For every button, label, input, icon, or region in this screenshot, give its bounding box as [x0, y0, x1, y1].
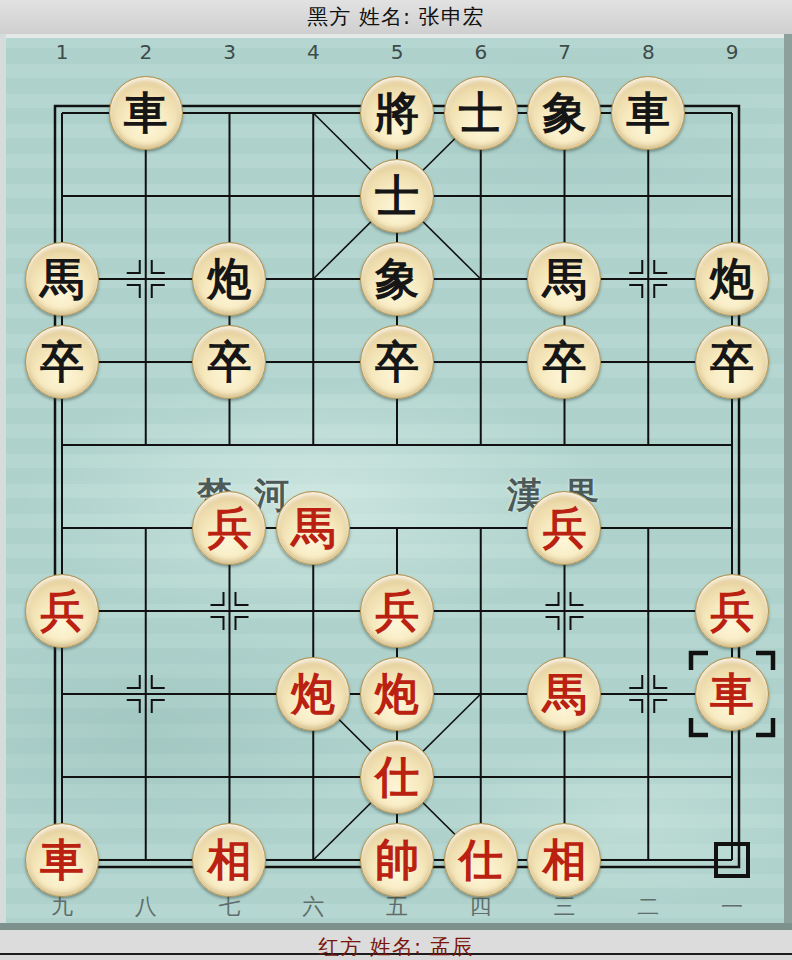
file-label-top-8: 8 [606, 40, 690, 64]
black-player-label: 黑方 姓名: 张申宏 [307, 3, 484, 31]
piece-red-炮-5-8[interactable]: 炮 [360, 657, 434, 731]
piece-black-象-5-3[interactable]: 象 [360, 242, 434, 316]
piece-red-相-3-10[interactable]: 相 [192, 823, 266, 897]
xiangqi-board[interactable]: 123456789 九八七六五四三二一 楚河 漢界 車將士象車士馬炮象馬炮卒卒卒… [0, 34, 792, 930]
file-label-top-4: 4 [271, 40, 355, 64]
piece-red-仕-6-10[interactable]: 仕 [444, 823, 518, 897]
piece-black-士-5-2[interactable]: 士 [360, 159, 434, 233]
piece-red-馬-4-6[interactable]: 馬 [276, 491, 350, 565]
piece-red-馬-7-8[interactable]: 馬 [527, 657, 601, 731]
file-label-top-2: 2 [104, 40, 188, 64]
piece-red-車-1-10[interactable]: 車 [25, 823, 99, 897]
piece-red-兵-5-7[interactable]: 兵 [360, 574, 434, 648]
piece-red-仕-5-9[interactable]: 仕 [360, 740, 434, 814]
piece-black-卒-3-4[interactable]: 卒 [192, 325, 266, 399]
piece-red-兵-1-7[interactable]: 兵 [25, 574, 99, 648]
piece-black-馬-7-3[interactable]: 馬 [527, 242, 601, 316]
piece-black-車-8-1[interactable]: 車 [611, 76, 685, 150]
red-player-bar: 红方 姓名: 孟辰 [0, 930, 792, 960]
piece-black-卒-1-4[interactable]: 卒 [25, 325, 99, 399]
piece-black-車-2-1[interactable]: 車 [109, 76, 183, 150]
piece-black-卒-7-4[interactable]: 卒 [527, 325, 601, 399]
black-player-bar: 黑方 姓名: 张申宏 [0, 0, 792, 34]
file-label-top-3: 3 [188, 40, 272, 64]
piece-black-炮-9-3[interactable]: 炮 [695, 242, 769, 316]
file-label-top-5: 5 [355, 40, 439, 64]
piece-black-將-5-1[interactable]: 將 [360, 76, 434, 150]
piece-black-炮-3-3[interactable]: 炮 [192, 242, 266, 316]
file-label-top-7: 7 [523, 40, 607, 64]
piece-red-兵-9-7[interactable]: 兵 [695, 574, 769, 648]
piece-black-馬-1-3[interactable]: 馬 [25, 242, 99, 316]
file-label-top-1: 1 [20, 40, 104, 64]
piece-red-兵-3-6[interactable]: 兵 [192, 491, 266, 565]
piece-red-帥-5-10[interactable]: 帥 [360, 823, 434, 897]
piece-black-卒-5-4[interactable]: 卒 [360, 325, 434, 399]
file-label-top-9: 9 [690, 40, 774, 64]
piece-black-士-6-1[interactable]: 士 [444, 76, 518, 150]
piece-red-相-7-10[interactable]: 相 [527, 823, 601, 897]
piece-red-車-9-8[interactable]: 車 [695, 657, 769, 731]
file-label-top-6: 6 [439, 40, 523, 64]
pieces-layer: 車將士象車士馬炮象馬炮卒卒卒卒卒兵馬兵兵兵兵炮炮馬車仕車相帥仕相 [20, 72, 774, 902]
piece-red-炮-4-8[interactable]: 炮 [276, 657, 350, 731]
piece-black-象-7-1[interactable]: 象 [527, 76, 601, 150]
red-player-label: 红方 姓名: 孟辰 [318, 933, 473, 960]
piece-red-兵-7-6[interactable]: 兵 [527, 491, 601, 565]
piece-black-卒-9-4[interactable]: 卒 [695, 325, 769, 399]
